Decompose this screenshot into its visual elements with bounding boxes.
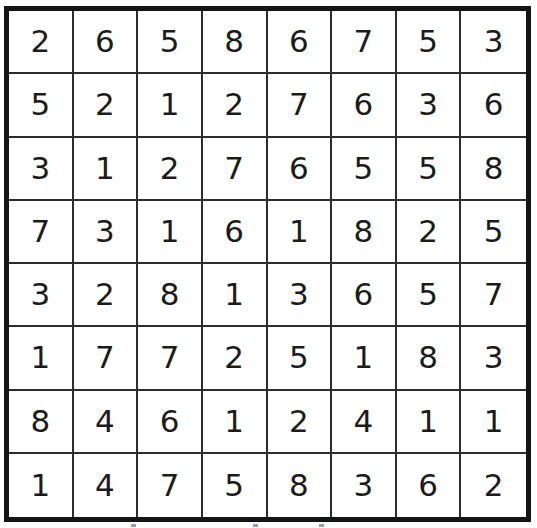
grid-cell-r6c6[interactable]: 1: [332, 327, 397, 390]
grid-cell-r6c8[interactable]: 3: [461, 327, 526, 390]
grid-cell-r7c5[interactable]: 2: [268, 391, 333, 454]
grid-cell-r8c2[interactable]: 4: [74, 454, 139, 517]
puzzle-screenshot: 2658675352127636312765587316182532813657…: [0, 0, 537, 528]
grid-cell-r2c7[interactable]: 3: [397, 74, 462, 137]
grid-cell-r4c4[interactable]: 6: [203, 201, 268, 264]
grid-cell-r4c1[interactable]: 7: [9, 201, 74, 264]
grid-cell-r4c7[interactable]: 2: [397, 201, 462, 264]
grid-cell-r3c7[interactable]: 5: [397, 138, 462, 201]
cutoff-text-artifact: [131, 524, 136, 527]
grid-cell-r5c2[interactable]: 2: [74, 264, 139, 327]
number-grid-board: 2658675352127636312765587316182532813657…: [4, 6, 531, 522]
grid-cell-r5c6[interactable]: 6: [332, 264, 397, 327]
grid-cell-r3c5[interactable]: 6: [268, 138, 333, 201]
grid-cell-r8c5[interactable]: 8: [268, 454, 333, 517]
grid-cell-r5c7[interactable]: 5: [397, 264, 462, 327]
grid-cell-r7c1[interactable]: 8: [9, 391, 74, 454]
grid-cell-r1c7[interactable]: 5: [397, 11, 462, 74]
grid-cell-r8c1[interactable]: 1: [9, 454, 74, 517]
cutoff-text-artifact: [319, 524, 324, 527]
grid-cell-r3c2[interactable]: 1: [74, 138, 139, 201]
grid-cell-r6c1[interactable]: 1: [9, 327, 74, 390]
grid-cell-r4c5[interactable]: 1: [268, 201, 333, 264]
grid-cell-r6c7[interactable]: 8: [397, 327, 462, 390]
grid-cell-r3c1[interactable]: 3: [9, 138, 74, 201]
grid-cell-r2c2[interactable]: 2: [74, 74, 139, 137]
grid-cell-r6c5[interactable]: 5: [268, 327, 333, 390]
grid-cell-r2c4[interactable]: 2: [203, 74, 268, 137]
grid-cell-r1c8[interactable]: 3: [461, 11, 526, 74]
grid-cell-r4c3[interactable]: 1: [138, 201, 203, 264]
cutoff-text-artifact: [253, 524, 258, 527]
grid-cell-r8c8[interactable]: 2: [461, 454, 526, 517]
grid-cell-r8c3[interactable]: 7: [138, 454, 203, 517]
grid-cell-r8c6[interactable]: 3: [332, 454, 397, 517]
grid-cell-r7c6[interactable]: 4: [332, 391, 397, 454]
grid-cell-r7c3[interactable]: 6: [138, 391, 203, 454]
grid-cell-r1c1[interactable]: 2: [9, 11, 74, 74]
grid-cell-r1c4[interactable]: 8: [203, 11, 268, 74]
grid-cell-r2c6[interactable]: 6: [332, 74, 397, 137]
grid-cell-r7c4[interactable]: 1: [203, 391, 268, 454]
grid-cell-r2c3[interactable]: 1: [138, 74, 203, 137]
grid-cell-r5c1[interactable]: 3: [9, 264, 74, 327]
grid-cell-r3c8[interactable]: 8: [461, 138, 526, 201]
grid-cell-r4c6[interactable]: 8: [332, 201, 397, 264]
grid-cell-r1c6[interactable]: 7: [332, 11, 397, 74]
grid-cell-r3c4[interactable]: 7: [203, 138, 268, 201]
grid-cell-r7c7[interactable]: 1: [397, 391, 462, 454]
grid-cell-r2c1[interactable]: 5: [9, 74, 74, 137]
grid-cell-r2c5[interactable]: 7: [268, 74, 333, 137]
grid-cell-r4c8[interactable]: 5: [461, 201, 526, 264]
grid-cell-r6c4[interactable]: 2: [203, 327, 268, 390]
grid-cell-r2c8[interactable]: 6: [461, 74, 526, 137]
grid-cell-r1c3[interactable]: 5: [138, 11, 203, 74]
grid-cell-r3c6[interactable]: 5: [332, 138, 397, 201]
grid-cell-r3c3[interactable]: 2: [138, 138, 203, 201]
grid-cell-r1c5[interactable]: 6: [268, 11, 333, 74]
grid-cell-r8c4[interactable]: 5: [203, 454, 268, 517]
grid-cell-r7c8[interactable]: 1: [461, 391, 526, 454]
grid-cell-r5c3[interactable]: 8: [138, 264, 203, 327]
grid-cell-r6c3[interactable]: 7: [138, 327, 203, 390]
grid-cell-r8c7[interactable]: 6: [397, 454, 462, 517]
grid-cell-r5c4[interactable]: 1: [203, 264, 268, 327]
grid-cell-r5c5[interactable]: 3: [268, 264, 333, 327]
grid-cell-r7c2[interactable]: 4: [74, 391, 139, 454]
grid-cell-r4c2[interactable]: 3: [74, 201, 139, 264]
grid-cell-r1c2[interactable]: 6: [74, 11, 139, 74]
grid-cell-r6c2[interactable]: 7: [74, 327, 139, 390]
grid-cell-r5c8[interactable]: 7: [461, 264, 526, 327]
